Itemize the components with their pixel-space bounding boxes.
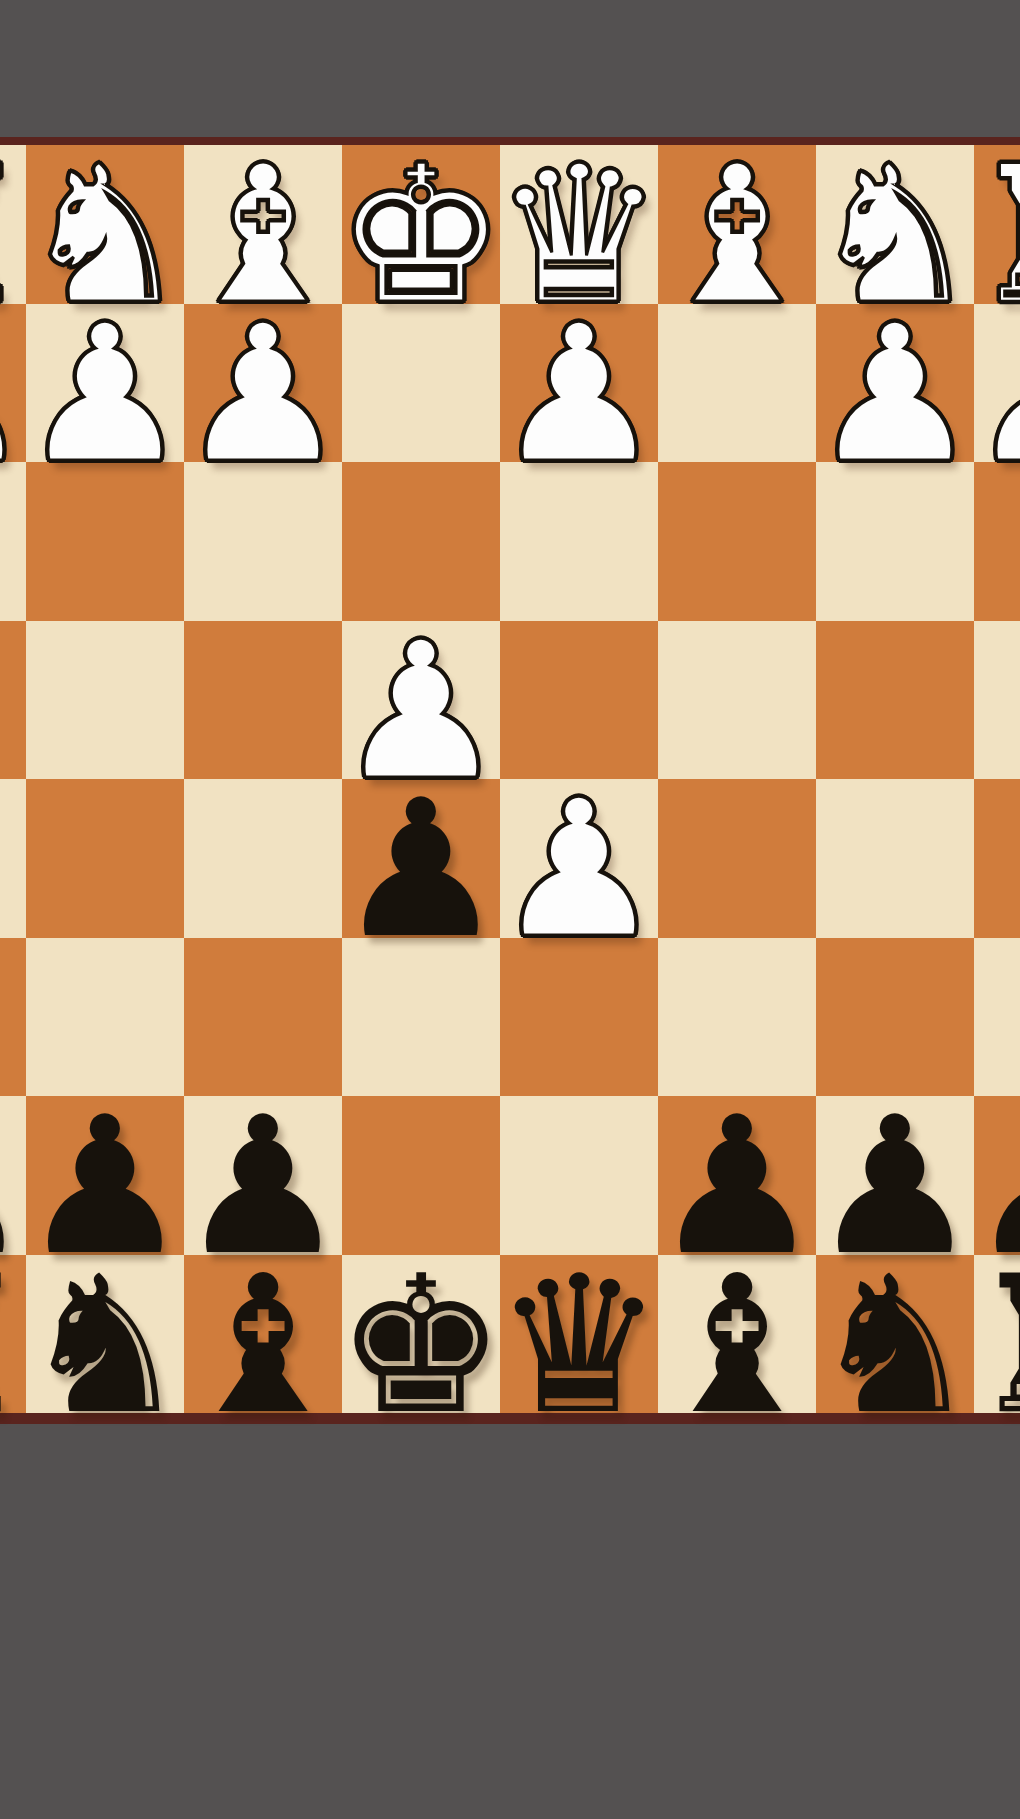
square-b5[interactable] bbox=[816, 779, 974, 938]
square-c8[interactable]: ♝ bbox=[658, 1255, 816, 1414]
square-a4[interactable] bbox=[974, 621, 1020, 780]
square-c1[interactable]: ♝ bbox=[658, 145, 816, 304]
square-d1[interactable]: ♛ bbox=[500, 145, 658, 304]
chess-board: ♜♞♝♚♛♝♞♜♟♟♟♟♟♟♟♟♟♟♟♟♟♟♟♜♞♝♚♛♝♞♜ bbox=[0, 145, 1020, 1413]
square-h5[interactable] bbox=[0, 779, 26, 938]
black-rook[interactable]: ♜ bbox=[968, 1251, 1020, 1441]
square-h4[interactable] bbox=[0, 621, 26, 780]
app-screen: ♜♞♝♚♛♝♞♜♟♟♟♟♟♟♟♟♟♟♟♟♟♟♟♜♞♝♚♛♝♞♜ bbox=[0, 0, 1020, 1819]
black-bishop[interactable]: ♝ bbox=[178, 1251, 348, 1441]
white-pawn[interactable]: ♟ bbox=[968, 300, 1020, 490]
black-bishop[interactable]: ♝ bbox=[652, 1251, 822, 1441]
square-b7[interactable]: ♟ bbox=[816, 1096, 974, 1255]
black-pawn[interactable]: ♟ bbox=[336, 775, 506, 965]
black-knight[interactable]: ♞ bbox=[20, 1251, 190, 1441]
square-g2[interactable]: ♟ bbox=[26, 304, 184, 463]
square-f7[interactable]: ♟ bbox=[184, 1096, 342, 1255]
square-e4[interactable]: ♟ bbox=[342, 621, 500, 780]
square-h6[interactable] bbox=[0, 938, 26, 1097]
square-g8[interactable]: ♞ bbox=[26, 1255, 184, 1414]
square-a2[interactable]: ♟ bbox=[974, 304, 1020, 463]
square-g7[interactable]: ♟ bbox=[26, 1096, 184, 1255]
square-g6[interactable] bbox=[26, 938, 184, 1097]
square-c4[interactable] bbox=[658, 621, 816, 780]
square-b4[interactable] bbox=[816, 621, 974, 780]
square-a1[interactable]: ♜ bbox=[974, 145, 1020, 304]
square-a6[interactable] bbox=[974, 938, 1020, 1097]
white-pawn[interactable]: ♟ bbox=[178, 300, 348, 490]
square-a7[interactable]: ♟ bbox=[974, 1096, 1020, 1255]
square-c3[interactable] bbox=[658, 462, 816, 621]
square-a5[interactable] bbox=[974, 779, 1020, 938]
square-e1[interactable]: ♚ bbox=[342, 145, 500, 304]
black-king[interactable]: ♚ bbox=[336, 1251, 506, 1441]
square-b2[interactable]: ♟ bbox=[816, 304, 974, 463]
square-c5[interactable] bbox=[658, 779, 816, 938]
square-a8[interactable]: ♜ bbox=[974, 1255, 1020, 1414]
square-f4[interactable] bbox=[184, 621, 342, 780]
square-d4[interactable] bbox=[500, 621, 658, 780]
square-c6[interactable] bbox=[658, 938, 816, 1097]
square-b8[interactable]: ♞ bbox=[816, 1255, 974, 1414]
white-pawn[interactable]: ♟ bbox=[810, 300, 980, 490]
white-king[interactable]: ♚ bbox=[336, 141, 506, 331]
square-g5[interactable] bbox=[26, 779, 184, 938]
white-bishop[interactable]: ♝ bbox=[652, 141, 822, 331]
square-e7[interactable] bbox=[342, 1096, 500, 1255]
white-pawn[interactable]: ♟ bbox=[20, 300, 190, 490]
bottom-panel bbox=[0, 1424, 1020, 1819]
black-knight[interactable]: ♞ bbox=[810, 1251, 980, 1441]
black-queen[interactable]: ♛ bbox=[494, 1251, 664, 1441]
square-f2[interactable]: ♟ bbox=[184, 304, 342, 463]
square-d8[interactable]: ♛ bbox=[500, 1255, 658, 1414]
square-e8[interactable]: ♚ bbox=[342, 1255, 500, 1414]
square-f6[interactable] bbox=[184, 938, 342, 1097]
square-f8[interactable]: ♝ bbox=[184, 1255, 342, 1414]
white-pawn[interactable]: ♟ bbox=[494, 300, 664, 490]
square-d7[interactable] bbox=[500, 1096, 658, 1255]
square-f1[interactable]: ♝ bbox=[184, 145, 342, 304]
square-g1[interactable]: ♞ bbox=[26, 145, 184, 304]
square-b6[interactable] bbox=[816, 938, 974, 1097]
top-panel bbox=[0, 0, 1020, 137]
square-c7[interactable]: ♟ bbox=[658, 1096, 816, 1255]
square-f5[interactable] bbox=[184, 779, 342, 938]
white-pawn[interactable]: ♟ bbox=[494, 775, 664, 965]
square-e5[interactable]: ♟ bbox=[342, 779, 500, 938]
square-d5[interactable]: ♟ bbox=[500, 779, 658, 938]
square-d2[interactable]: ♟ bbox=[500, 304, 658, 463]
square-g4[interactable] bbox=[26, 621, 184, 780]
square-b1[interactable]: ♞ bbox=[816, 145, 974, 304]
square-e3[interactable] bbox=[342, 462, 500, 621]
